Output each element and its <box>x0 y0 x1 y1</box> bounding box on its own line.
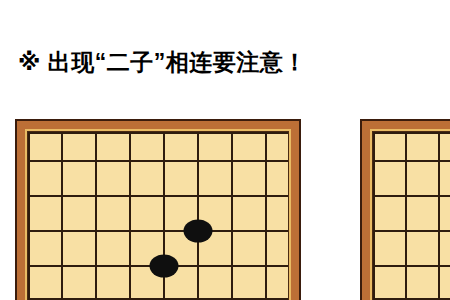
go-board-left-surface <box>27 131 289 300</box>
grid-line-vertical <box>231 132 233 300</box>
grid-line-horizontal <box>373 160 450 162</box>
go-board-left-frame-ring <box>25 129 291 300</box>
grid-line-horizontal <box>373 230 450 232</box>
grid-line-horizontal <box>28 132 288 134</box>
grid-line-horizontal <box>28 195 288 197</box>
grid-line-vertical <box>265 132 267 300</box>
go-board-right-surface <box>372 131 450 300</box>
grid-line-vertical <box>28 132 30 300</box>
diagram-page: ※ 出现“二子”相连要注意！ <box>0 0 450 300</box>
grid-line-horizontal <box>28 230 288 232</box>
grid-line-vertical <box>373 132 375 300</box>
black-stone <box>150 255 179 278</box>
black-stone <box>184 220 213 243</box>
grid-line-vertical <box>438 132 440 300</box>
go-board-right-frame-ring <box>370 129 450 300</box>
grid-line-vertical <box>197 132 199 300</box>
grid-line-horizontal <box>373 265 450 267</box>
grid-line-vertical <box>95 132 97 300</box>
grid-line-vertical <box>61 132 63 300</box>
grid-line-horizontal <box>373 132 450 134</box>
lesson-heading: ※ 出现“二子”相连要注意！ <box>18 47 307 78</box>
grid-line-horizontal <box>28 160 288 162</box>
go-board-left <box>15 119 301 300</box>
go-board-right <box>360 119 450 300</box>
grid-line-horizontal <box>373 195 450 197</box>
grid-line-vertical <box>129 132 131 300</box>
grid-line-vertical <box>405 132 407 300</box>
